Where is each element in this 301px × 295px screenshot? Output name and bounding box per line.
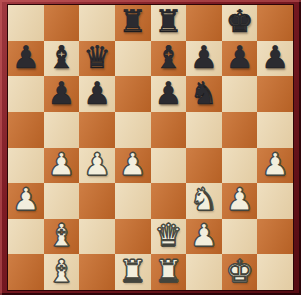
square-e4[interactable] bbox=[151, 148, 187, 184]
square-e3[interactable] bbox=[151, 183, 187, 219]
piece-black-rook[interactable]: ♜ bbox=[154, 6, 182, 37]
square-f4[interactable] bbox=[186, 148, 222, 184]
square-d5[interactable] bbox=[115, 112, 151, 148]
square-a7[interactable]: ♟ bbox=[8, 41, 44, 77]
square-h1[interactable] bbox=[257, 254, 293, 290]
square-c7[interactable]: ♛ bbox=[79, 41, 115, 77]
square-f5[interactable] bbox=[186, 112, 222, 148]
square-h4[interactable]: ♟ bbox=[257, 148, 293, 184]
piece-black-pawn[interactable]: ♟ bbox=[48, 78, 76, 109]
piece-white-pawn[interactable]: ♟ bbox=[226, 184, 254, 215]
square-h7[interactable]: ♟ bbox=[257, 41, 293, 77]
square-b1[interactable]: ♝ bbox=[44, 254, 80, 290]
piece-black-pawn[interactable]: ♟ bbox=[154, 78, 182, 109]
piece-black-bishop[interactable]: ♝ bbox=[154, 42, 182, 73]
square-d8[interactable]: ♜ bbox=[115, 5, 151, 41]
square-d3[interactable] bbox=[115, 183, 151, 219]
piece-white-pawn[interactable]: ♟ bbox=[83, 149, 111, 180]
square-c2[interactable] bbox=[79, 219, 115, 255]
square-c5[interactable] bbox=[79, 112, 115, 148]
square-d2[interactable] bbox=[115, 219, 151, 255]
piece-white-queen[interactable]: ♛ bbox=[154, 220, 182, 251]
square-a1[interactable] bbox=[8, 254, 44, 290]
square-e8[interactable]: ♜ bbox=[151, 5, 187, 41]
board: ♜♜♚♟♝♛♝♟♟♟♟♟♟♞♟♟♟♟♟♞♟♝♛♟♝♜♜♚ bbox=[8, 5, 293, 290]
piece-black-pawn[interactable]: ♟ bbox=[83, 78, 111, 109]
square-g5[interactable] bbox=[222, 112, 258, 148]
square-f1[interactable] bbox=[186, 254, 222, 290]
square-e6[interactable]: ♟ bbox=[151, 76, 187, 112]
square-a6[interactable] bbox=[8, 76, 44, 112]
piece-black-pawn[interactable]: ♟ bbox=[226, 42, 254, 73]
square-b4[interactable]: ♟ bbox=[44, 148, 80, 184]
square-h2[interactable] bbox=[257, 219, 293, 255]
square-d1[interactable]: ♜ bbox=[115, 254, 151, 290]
piece-white-pawn[interactable]: ♟ bbox=[261, 149, 289, 180]
square-c3[interactable] bbox=[79, 183, 115, 219]
square-b2[interactable]: ♝ bbox=[44, 219, 80, 255]
square-h8[interactable] bbox=[257, 5, 293, 41]
square-f3[interactable]: ♞ bbox=[186, 183, 222, 219]
square-b8[interactable] bbox=[44, 5, 80, 41]
piece-white-rook[interactable]: ♜ bbox=[154, 256, 182, 287]
square-f2[interactable]: ♟ bbox=[186, 219, 222, 255]
piece-white-pawn[interactable]: ♟ bbox=[12, 184, 40, 215]
square-f8[interactable] bbox=[186, 5, 222, 41]
square-c1[interactable] bbox=[79, 254, 115, 290]
square-a8[interactable] bbox=[8, 5, 44, 41]
piece-black-pawn[interactable]: ♟ bbox=[190, 42, 218, 73]
square-c8[interactable] bbox=[79, 5, 115, 41]
square-d6[interactable] bbox=[115, 76, 151, 112]
piece-black-rook[interactable]: ♜ bbox=[119, 6, 147, 37]
piece-black-pawn[interactable]: ♟ bbox=[261, 42, 289, 73]
square-b6[interactable]: ♟ bbox=[44, 76, 80, 112]
piece-white-bishop[interactable]: ♝ bbox=[48, 256, 76, 287]
piece-white-pawn[interactable]: ♟ bbox=[190, 220, 218, 251]
piece-black-king[interactable]: ♚ bbox=[226, 6, 254, 37]
piece-black-pawn[interactable]: ♟ bbox=[12, 42, 40, 73]
square-g2[interactable] bbox=[222, 219, 258, 255]
square-a2[interactable] bbox=[8, 219, 44, 255]
square-g8[interactable]: ♚ bbox=[222, 5, 258, 41]
piece-black-knight[interactable]: ♞ bbox=[190, 78, 218, 109]
square-b3[interactable] bbox=[44, 183, 80, 219]
square-a5[interactable] bbox=[8, 112, 44, 148]
square-c4[interactable]: ♟ bbox=[79, 148, 115, 184]
square-g3[interactable]: ♟ bbox=[222, 183, 258, 219]
square-c6[interactable]: ♟ bbox=[79, 76, 115, 112]
square-f6[interactable]: ♞ bbox=[186, 76, 222, 112]
piece-white-pawn[interactable]: ♟ bbox=[119, 149, 147, 180]
piece-white-king[interactable]: ♚ bbox=[226, 256, 254, 287]
square-a3[interactable]: ♟ bbox=[8, 183, 44, 219]
piece-white-pawn[interactable]: ♟ bbox=[48, 149, 76, 180]
board-frame: ♜♜♚♟♝♛♝♟♟♟♟♟♟♞♟♟♟♟♟♞♟♝♛♟♝♜♜♚ bbox=[0, 0, 301, 295]
square-g4[interactable] bbox=[222, 148, 258, 184]
square-e5[interactable] bbox=[151, 112, 187, 148]
piece-white-bishop[interactable]: ♝ bbox=[48, 220, 76, 251]
square-f7[interactable]: ♟ bbox=[186, 41, 222, 77]
piece-black-bishop[interactable]: ♝ bbox=[48, 42, 76, 73]
piece-white-knight[interactable]: ♞ bbox=[190, 184, 218, 215]
piece-white-rook[interactable]: ♜ bbox=[119, 256, 147, 287]
square-g7[interactable]: ♟ bbox=[222, 41, 258, 77]
square-e1[interactable]: ♜ bbox=[151, 254, 187, 290]
square-g6[interactable] bbox=[222, 76, 258, 112]
square-d7[interactable] bbox=[115, 41, 151, 77]
square-h5[interactable] bbox=[257, 112, 293, 148]
piece-black-queen[interactable]: ♛ bbox=[83, 42, 111, 73]
square-h6[interactable] bbox=[257, 76, 293, 112]
square-e7[interactable]: ♝ bbox=[151, 41, 187, 77]
square-d4[interactable]: ♟ bbox=[115, 148, 151, 184]
square-b5[interactable] bbox=[44, 112, 80, 148]
square-g1[interactable]: ♚ bbox=[222, 254, 258, 290]
square-h3[interactable] bbox=[257, 183, 293, 219]
square-b7[interactable]: ♝ bbox=[44, 41, 80, 77]
square-e2[interactable]: ♛ bbox=[151, 219, 187, 255]
square-a4[interactable] bbox=[8, 148, 44, 184]
